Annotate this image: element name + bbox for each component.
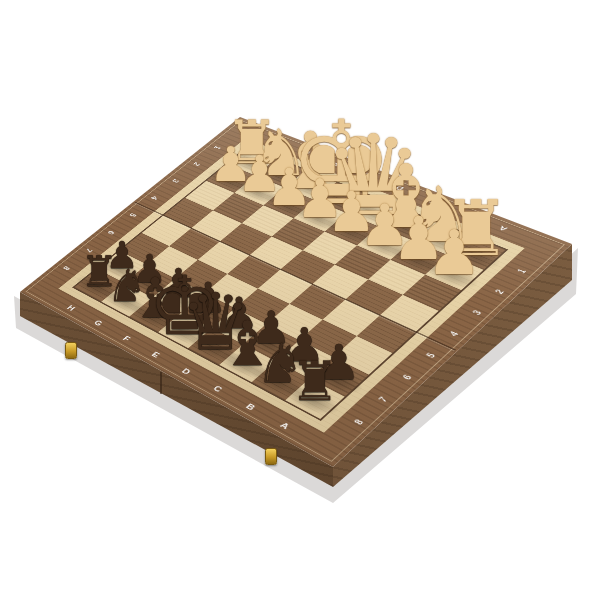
- file-label-bottom-F: F: [121, 335, 132, 343]
- rank-label-right-4: 4: [447, 329, 461, 337]
- file-label-bottom-G: G: [92, 319, 104, 327]
- rank-label-right-8: 8: [352, 417, 366, 426]
- rank-label-right-7: 7: [376, 395, 390, 403]
- file-label-bottom-H: H: [65, 304, 76, 312]
- rank-label-right-3: 3: [470, 308, 484, 316]
- piece-black-rook-a8[interactable]: ♜: [290, 355, 339, 410]
- rank-label-right-2: 2: [493, 288, 507, 295]
- fold-seam-side: [160, 372, 162, 394]
- rank-label-right-6: 6: [400, 373, 414, 381]
- file-label-bottom-C: C: [211, 384, 224, 393]
- rank-label-right-5: 5: [424, 351, 438, 359]
- rank-label-left-3: 3: [171, 178, 182, 184]
- file-label-bottom-D: D: [180, 367, 192, 376]
- rank-label-right-1: 1: [515, 267, 529, 274]
- piece-white-pawn-a2[interactable]: ♟: [427, 223, 482, 285]
- rank-label-left-4: 4: [150, 195, 160, 201]
- brass-latch-2: [265, 448, 277, 465]
- file-label-bottom-B: B: [244, 402, 257, 412]
- rank-label-left-5: 5: [128, 212, 138, 218]
- chess-set-photo: HH11GG22FF33EE44DD55CC66BB77AA88 ♜♞♝♛♚♝♞…: [0, 0, 600, 600]
- brass-latch-1: [65, 342, 77, 359]
- rank-label-left-8: 8: [62, 265, 72, 271]
- file-label-bottom-A: A: [278, 421, 291, 431]
- rank-label-left-2: 2: [192, 161, 203, 167]
